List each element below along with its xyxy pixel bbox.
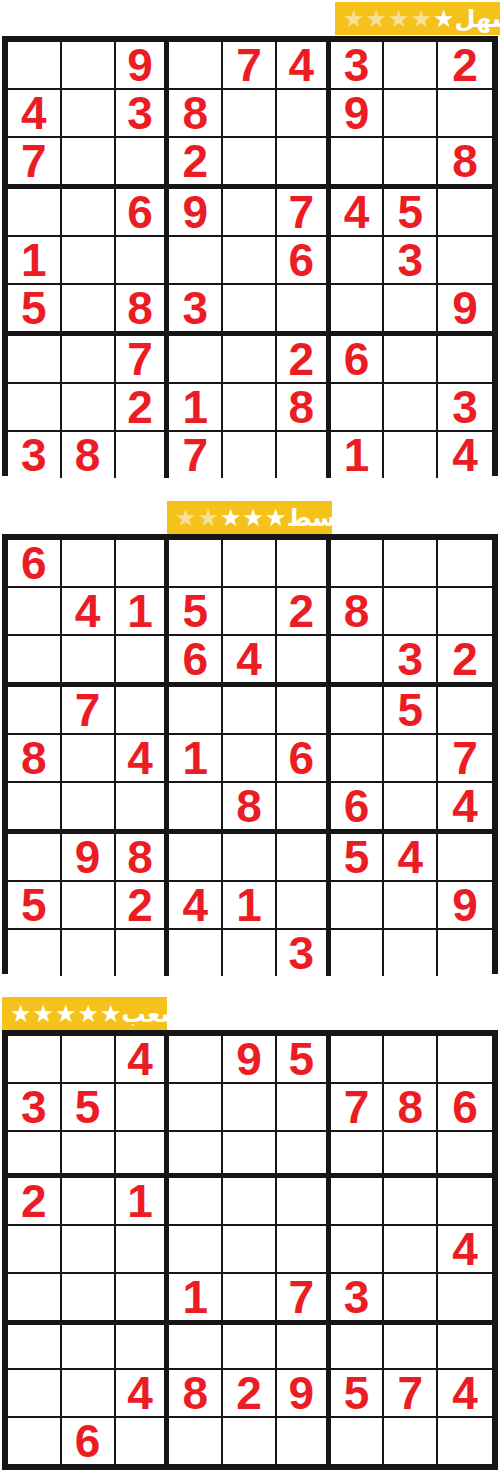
sudoku-cell[interactable] [331, 1226, 385, 1274]
sudoku-cell[interactable]: 4 [116, 1036, 170, 1084]
sudoku-cell[interactable]: 4 [8, 90, 62, 138]
sudoku-cell[interactable]: 6 [277, 237, 331, 285]
sudoku-cell[interactable]: 3 [8, 432, 62, 478]
sudoku-cell[interactable] [438, 1036, 492, 1084]
sudoku-cell[interactable]: 6 [438, 1084, 492, 1132]
sudoku-cell[interactable]: 6 [331, 783, 385, 834]
sudoku-cell[interactable] [8, 636, 62, 687]
sudoku-cell[interactable] [62, 540, 116, 588]
sudoku-cell[interactable] [169, 687, 223, 735]
sudoku-cell[interactable] [277, 432, 331, 478]
sudoku-cell[interactable] [169, 336, 223, 384]
sudoku-cell[interactable]: 3 [384, 636, 438, 687]
sudoku-cell[interactable]: 2 [277, 588, 331, 636]
sudoku-cell[interactable]: 7 [438, 735, 492, 783]
sudoku-cell[interactable]: 4 [62, 588, 116, 636]
difficulty-banner-medium: ★★★★★ وسط [167, 501, 332, 534]
sudoku-cell[interactable]: 3 [277, 930, 331, 976]
sudoku-cell[interactable] [116, 1226, 170, 1274]
sudoku-cell[interactable]: 6 [277, 735, 331, 783]
sudoku-cell[interactable]: 8 [116, 834, 170, 882]
sudoku-cell[interactable]: 8 [438, 138, 492, 189]
sudoku-cell[interactable] [169, 42, 223, 90]
sudoku-cell[interactable] [438, 1178, 492, 1226]
sudoku-cell[interactable]: 8 [62, 432, 116, 478]
sudoku-cell[interactable] [331, 1178, 385, 1226]
difficulty-label: وسط [287, 506, 351, 530]
sudoku-cell[interactable]: 4 [277, 42, 331, 90]
sudoku-cell[interactable] [384, 588, 438, 636]
sudoku-cell[interactable] [62, 1036, 116, 1084]
sudoku-cell[interactable] [116, 432, 170, 478]
difficulty-stars: ★★★★★ [10, 1002, 122, 1026]
sudoku-cell[interactable]: 1 [223, 882, 277, 930]
sudoku-cell[interactable] [223, 1274, 277, 1325]
sudoku-cell[interactable] [62, 189, 116, 237]
sudoku-cell[interactable]: 9 [438, 882, 492, 930]
sudoku-cell[interactable]: 8 [169, 1370, 223, 1418]
sudoku-cell[interactable]: 7 [277, 1274, 331, 1325]
sudoku-cell[interactable] [277, 1418, 331, 1464]
sudoku-cell[interactable] [169, 1132, 223, 1178]
sudoku-cell[interactable]: 4 [169, 882, 223, 930]
sudoku-cell[interactable] [116, 783, 170, 834]
sudoku-cell[interactable] [384, 930, 438, 976]
star-icon: ★ [55, 1002, 77, 1026]
sudoku-cell[interactable] [223, 687, 277, 735]
sudoku-cell[interactable] [384, 1132, 438, 1178]
sudoku-cell[interactable]: 1 [8, 237, 62, 285]
sudoku-cell[interactable] [384, 336, 438, 384]
sudoku-cell[interactable]: 8 [116, 285, 170, 336]
sudoku-cell[interactable] [116, 1132, 170, 1178]
sudoku-cell[interactable] [223, 588, 277, 636]
sudoku-cell[interactable]: 6 [116, 189, 170, 237]
sudoku-cell[interactable] [384, 1178, 438, 1226]
sudoku-cell[interactable]: 5 [8, 285, 62, 336]
sudoku-cell[interactable] [384, 1226, 438, 1274]
sudoku-cell[interactable]: 1 [169, 384, 223, 432]
star-icon: ★ [366, 7, 388, 31]
difficulty-label: صعب [122, 1002, 184, 1026]
sudoku-cell[interactable] [384, 735, 438, 783]
sudoku-cell[interactable] [116, 930, 170, 976]
sudoku-cell[interactable] [169, 783, 223, 834]
sudoku-cell[interactable] [116, 1084, 170, 1132]
sudoku-cell[interactable] [438, 1274, 492, 1325]
sudoku-cell[interactable] [116, 1418, 170, 1464]
sudoku-cell[interactable] [384, 384, 438, 432]
sudoku-cell[interactable]: 1 [116, 1178, 170, 1226]
sudoku-cell[interactable]: 2 [277, 336, 331, 384]
star-icon: ★ [411, 7, 433, 31]
sudoku-cell[interactable]: 7 [384, 1370, 438, 1418]
sudoku-cell[interactable] [277, 636, 331, 687]
sudoku-cell[interactable]: 8 [277, 384, 331, 432]
sudoku-cell[interactable] [8, 1325, 62, 1371]
star-icon: ★ [343, 7, 365, 31]
sudoku-cell[interactable] [331, 735, 385, 783]
sudoku-cell[interactable]: 4 [438, 783, 492, 834]
sudoku-cell[interactable] [438, 90, 492, 138]
sudoku-cell[interactable] [8, 189, 62, 237]
sudoku-cell[interactable] [8, 588, 62, 636]
sudoku-cell[interactable] [277, 1325, 331, 1371]
sudoku-cell[interactable]: 2 [116, 384, 170, 432]
sudoku-cell[interactable] [223, 930, 277, 976]
sudoku-cell[interactable]: 7 [62, 687, 116, 735]
sudoku-cell[interactable] [169, 1178, 223, 1226]
sudoku-cell[interactable]: 3 [331, 42, 385, 90]
sudoku-cell[interactable] [277, 1226, 331, 1274]
sudoku-cell[interactable] [277, 285, 331, 336]
sudoku-cell[interactable]: 5 [331, 1370, 385, 1418]
sudoku-cell[interactable] [384, 138, 438, 189]
sudoku-cell[interactable] [384, 882, 438, 930]
sudoku-cell[interactable]: 7 [8, 138, 62, 189]
sudoku-cell[interactable]: 2 [116, 882, 170, 930]
sudoku-cell[interactable]: 1 [169, 735, 223, 783]
sudoku-cell[interactable]: 3 [169, 285, 223, 336]
sudoku-cell[interactable] [223, 432, 277, 478]
sudoku-cell[interactable]: 3 [116, 90, 170, 138]
sudoku-cell[interactable]: 3 [384, 237, 438, 285]
sudoku-cell[interactable] [331, 1325, 385, 1371]
star-icon: ★ [433, 7, 455, 31]
sudoku-cell[interactable] [223, 540, 277, 588]
sudoku-cell[interactable] [223, 138, 277, 189]
sudoku-cell[interactable]: 1 [169, 1274, 223, 1325]
sudoku-cell[interactable]: 2 [438, 636, 492, 687]
sudoku-cell[interactable] [438, 1132, 492, 1178]
sudoku-cell[interactable] [169, 1418, 223, 1464]
sudoku-cell[interactable] [331, 636, 385, 687]
sudoku-cell[interactable] [331, 237, 385, 285]
sudoku-cell[interactable] [384, 1036, 438, 1084]
sudoku-cell[interactable]: 5 [277, 1036, 331, 1084]
sudoku-cell[interactable] [62, 42, 116, 90]
sudoku-cell[interactable] [277, 882, 331, 930]
sudoku-cell[interactable] [223, 735, 277, 783]
sudoku-cell[interactable] [277, 540, 331, 588]
difficulty-banner-hard: ★★★★★ صعب [2, 997, 167, 1030]
sudoku-cell[interactable]: 8 [223, 783, 277, 834]
sudoku-cell[interactable]: 5 [384, 189, 438, 237]
sudoku-cell[interactable] [384, 432, 438, 478]
sudoku-cell[interactable] [277, 1132, 331, 1178]
sudoku-cell[interactable] [169, 540, 223, 588]
sudoku-cell[interactable] [223, 237, 277, 285]
sudoku-cell[interactable] [169, 1325, 223, 1371]
sudoku-cell[interactable] [116, 138, 170, 189]
sudoku-cell[interactable]: 3 [438, 384, 492, 432]
sudoku-cell[interactable] [223, 285, 277, 336]
sudoku-cell[interactable] [116, 687, 170, 735]
difficulty-stars: ★★★★★ [175, 506, 287, 530]
sudoku-cell[interactable] [169, 930, 223, 976]
sudoku-cell[interactable]: 9 [223, 1036, 277, 1084]
sudoku-cell[interactable]: 8 [384, 1084, 438, 1132]
sudoku-grid-easy: 974324389728697451635839726218338714 [2, 36, 498, 476]
sudoku-cell[interactable] [62, 735, 116, 783]
sudoku-cell[interactable]: 4 [223, 636, 277, 687]
sudoku-cell[interactable] [331, 687, 385, 735]
difficulty-label: سهل [455, 7, 500, 31]
sudoku-cell[interactable] [62, 90, 116, 138]
sudoku-cell[interactable] [384, 540, 438, 588]
sudoku-cell[interactable] [223, 384, 277, 432]
sudoku-cell[interactable] [223, 1226, 277, 1274]
sudoku-cell[interactable]: 1 [331, 432, 385, 478]
sudoku-cell[interactable] [8, 384, 62, 432]
sudoku-cell[interactable] [62, 138, 116, 189]
sudoku-cell[interactable] [62, 930, 116, 976]
sudoku-cell[interactable]: 2 [8, 1178, 62, 1226]
sudoku-cell[interactable] [331, 930, 385, 976]
sudoku-cell[interactable] [384, 1274, 438, 1325]
sudoku-cell[interactable] [331, 882, 385, 930]
sudoku-cell[interactable] [438, 930, 492, 976]
sudoku-cell[interactable] [62, 336, 116, 384]
star-icon: ★ [388, 7, 410, 31]
sudoku-cell[interactable]: 8 [331, 588, 385, 636]
star-icon: ★ [33, 1002, 55, 1026]
sudoku-cell[interactable]: 9 [331, 90, 385, 138]
sudoku-cell[interactable] [438, 1418, 492, 1464]
sudoku-cell[interactable]: 6 [62, 1418, 116, 1464]
sudoku-cell[interactable] [8, 1274, 62, 1325]
sudoku-cell[interactable] [8, 930, 62, 976]
sudoku-cell[interactable] [277, 1178, 331, 1226]
sudoku-cell[interactable] [62, 1178, 116, 1226]
sudoku-cell[interactable] [223, 90, 277, 138]
sudoku-cell[interactable] [223, 1084, 277, 1132]
sudoku-cell[interactable] [8, 1036, 62, 1084]
sudoku-cell[interactable] [62, 1132, 116, 1178]
sudoku-cell[interactable] [277, 1084, 331, 1132]
sudoku-cell[interactable] [62, 1370, 116, 1418]
sudoku-cell[interactable] [169, 1036, 223, 1084]
sudoku-cell[interactable]: 4 [438, 432, 492, 478]
sudoku-cell[interactable] [116, 540, 170, 588]
sudoku-cell[interactable] [331, 540, 385, 588]
sudoku-cell[interactable]: 4 [384, 834, 438, 882]
sudoku-cell[interactable] [62, 384, 116, 432]
sudoku-cell[interactable]: 7 [169, 432, 223, 478]
star-icon: ★ [220, 506, 242, 530]
sudoku-cell[interactable] [8, 783, 62, 834]
sudoku-cell[interactable] [8, 1418, 62, 1464]
sudoku-cell[interactable] [384, 783, 438, 834]
sudoku-cell[interactable] [438, 834, 492, 882]
sudoku-cell[interactable] [438, 687, 492, 735]
star-icon: ★ [10, 1002, 32, 1026]
sudoku-cell[interactable]: 5 [8, 882, 62, 930]
sudoku-cell[interactable] [169, 1226, 223, 1274]
sudoku-cell[interactable] [223, 1418, 277, 1464]
sudoku-cell[interactable] [8, 42, 62, 90]
sudoku-cell[interactable] [223, 189, 277, 237]
sudoku-cell[interactable] [223, 834, 277, 882]
sudoku-cell[interactable]: 4 [438, 1370, 492, 1418]
sudoku-cell[interactable] [62, 1274, 116, 1325]
sudoku-cell[interactable] [62, 882, 116, 930]
star-icon: ★ [175, 506, 197, 530]
star-icon: ★ [243, 506, 265, 530]
sudoku-cell[interactable] [8, 1370, 62, 1418]
sudoku-cell[interactable] [277, 138, 331, 189]
sudoku-cell[interactable]: 4 [438, 1226, 492, 1274]
sudoku-grid-medium: 641528643275841678649854524193 [2, 534, 498, 974]
sudoku-cell[interactable] [169, 1084, 223, 1132]
sudoku-cell[interactable]: 1 [116, 588, 170, 636]
sudoku-cell[interactable]: 9 [438, 285, 492, 336]
sudoku-cell[interactable]: 9 [62, 834, 116, 882]
sudoku-cell[interactable]: 2 [438, 42, 492, 90]
sudoku-cell[interactable]: 9 [277, 1370, 331, 1418]
sudoku-cell[interactable] [438, 189, 492, 237]
sudoku-cell[interactable]: 7 [331, 1084, 385, 1132]
sudoku-cell[interactable] [277, 834, 331, 882]
sudoku-cell[interactable]: 8 [8, 735, 62, 783]
star-icon: ★ [100, 1002, 122, 1026]
sudoku-cell[interactable] [277, 687, 331, 735]
sudoku-cell[interactable] [169, 834, 223, 882]
sudoku-cell[interactable]: 6 [169, 636, 223, 687]
sudoku-cell[interactable] [62, 783, 116, 834]
sudoku-cell[interactable] [8, 1226, 62, 1274]
sudoku-cell[interactable] [223, 1178, 277, 1226]
sudoku-cell[interactable]: 3 [8, 1084, 62, 1132]
sudoku-cell[interactable]: 5 [384, 687, 438, 735]
sudoku-cell[interactable] [62, 1226, 116, 1274]
sudoku-cell[interactable]: 8 [169, 90, 223, 138]
sudoku-cell[interactable] [277, 783, 331, 834]
sudoku-cell[interactable] [384, 1418, 438, 1464]
sudoku-cell[interactable]: 2 [169, 138, 223, 189]
sudoku-cell[interactable] [331, 285, 385, 336]
sudoku-cell[interactable] [384, 42, 438, 90]
sudoku-cell[interactable] [331, 1036, 385, 1084]
sudoku-cell[interactable] [116, 237, 170, 285]
sudoku-cell[interactable] [62, 636, 116, 687]
sudoku-cell[interactable]: 4 [116, 735, 170, 783]
sudoku-cell[interactable]: 2 [223, 1370, 277, 1418]
sudoku-cell[interactable] [62, 237, 116, 285]
sudoku-cell[interactable] [116, 636, 170, 687]
sudoku-cell[interactable] [223, 336, 277, 384]
sudoku-cell[interactable]: 3 [331, 1274, 385, 1325]
sudoku-cell[interactable] [331, 384, 385, 432]
sudoku-cell[interactable]: 9 [169, 189, 223, 237]
sudoku-cell[interactable]: 7 [223, 42, 277, 90]
sudoku-cell[interactable] [331, 1132, 385, 1178]
sudoku-cell[interactable]: 4 [331, 189, 385, 237]
sudoku-cell[interactable]: 6 [8, 540, 62, 588]
sudoku-cell[interactable]: 6 [331, 336, 385, 384]
sudoku-cell[interactable] [277, 90, 331, 138]
sudoku-cell[interactable] [8, 834, 62, 882]
sudoku-cell[interactable] [8, 1132, 62, 1178]
sudoku-grid-hard: 4953578621417348295746 [2, 1030, 498, 1470]
sudoku-cell[interactable] [8, 336, 62, 384]
sudoku-cell[interactable]: 4 [116, 1370, 170, 1418]
sudoku-cell[interactable] [438, 237, 492, 285]
sudoku-cell[interactable] [62, 1325, 116, 1371]
sudoku-cell[interactable] [223, 1325, 277, 1371]
star-icon: ★ [265, 506, 287, 530]
sudoku-cell[interactable] [438, 1325, 492, 1371]
sudoku-cell[interactable] [8, 687, 62, 735]
sudoku-cell[interactable] [331, 1418, 385, 1464]
sudoku-cell[interactable] [384, 90, 438, 138]
sudoku-cell[interactable] [438, 336, 492, 384]
sudoku-cell[interactable] [438, 588, 492, 636]
sudoku-cell[interactable] [438, 540, 492, 588]
sudoku-cell[interactable]: 5 [62, 1084, 116, 1132]
sudoku-cell[interactable]: 9 [116, 42, 170, 90]
sudoku-cell[interactable]: 7 [116, 336, 170, 384]
sudoku-cell[interactable] [223, 1132, 277, 1178]
sudoku-cell[interactable]: 5 [331, 834, 385, 882]
sudoku-cell[interactable] [116, 1325, 170, 1371]
star-icon: ★ [198, 506, 220, 530]
sudoku-cell[interactable]: 5 [169, 588, 223, 636]
sudoku-cell[interactable] [62, 285, 116, 336]
difficulty-stars: ★★★★★ [343, 7, 455, 31]
sudoku-cell[interactable] [116, 1274, 170, 1325]
sudoku-cell[interactable] [331, 138, 385, 189]
sudoku-cell[interactable] [384, 285, 438, 336]
sudoku-page: ★★★★★ سهل 974324389728697451635839726218… [0, 0, 500, 1475]
star-icon: ★ [78, 1002, 100, 1026]
sudoku-cell[interactable] [169, 237, 223, 285]
sudoku-cell[interactable] [384, 1325, 438, 1371]
difficulty-banner-easy: ★★★★★ سهل [335, 2, 500, 35]
sudoku-cell[interactable]: 7 [277, 189, 331, 237]
